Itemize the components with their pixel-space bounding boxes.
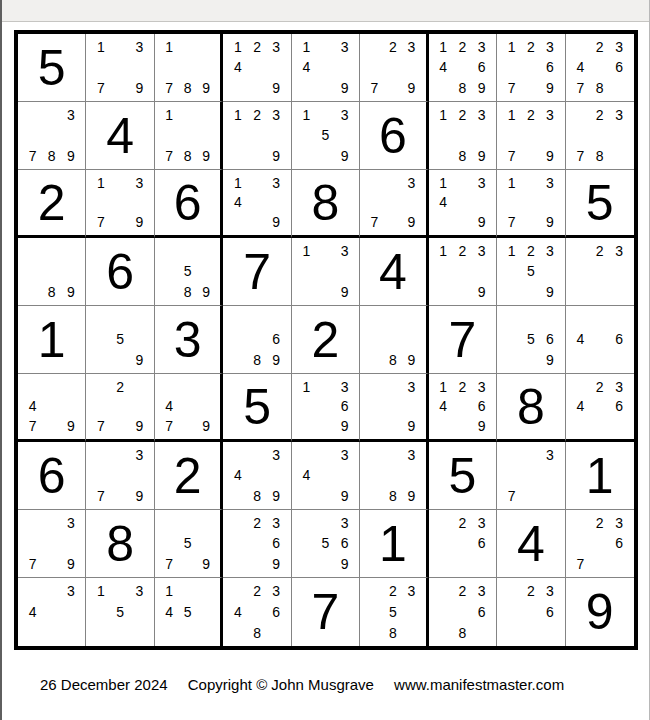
cell-r2c6: 6 (360, 102, 428, 170)
pencil-marks: 37 (497, 442, 564, 509)
cell-r6c8: 8 (497, 374, 565, 442)
cell-r1c1: 5 (18, 34, 86, 102)
cell-r4c8: 12359 (497, 238, 565, 306)
pencil-marks: 2379 (360, 34, 425, 101)
cell-r2c7: 12389 (429, 102, 497, 170)
pencil-marks: 2378 (566, 102, 634, 169)
cell-r1c2: 1379 (86, 34, 154, 102)
cell-r9c6: 2358 (360, 578, 428, 646)
pencil-marks: 236 (497, 578, 564, 646)
pencil-marks: 2358 (360, 578, 425, 646)
cell-r2c9: 2378 (566, 102, 634, 170)
pencil-marks: 12359 (497, 238, 564, 305)
cell-r4c1: 89 (18, 238, 86, 306)
cell-r7c8: 37 (497, 442, 565, 510)
cell-r3c6: 379 (360, 170, 428, 238)
cell-r2c5: 1359 (292, 102, 360, 170)
pencil-marks: 59 (86, 306, 153, 373)
solved-digit: 8 (106, 519, 134, 569)
solved-digit: 7 (448, 315, 476, 365)
pencil-marks: 145 (155, 578, 220, 646)
cell-r9c5: 7 (292, 578, 360, 646)
cell-r8c1: 379 (18, 510, 86, 578)
cell-r3c7: 1349 (429, 170, 497, 238)
window-chrome-strip (0, 0, 650, 22)
cell-r1c4: 12349 (223, 34, 291, 102)
footer-date: 26 December 2024 (40, 676, 168, 693)
pencil-marks: 689 (223, 306, 290, 373)
cell-r7c7: 5 (429, 442, 497, 510)
cell-r9c7: 2368 (429, 578, 497, 646)
pencil-marks: 12349 (223, 34, 290, 101)
cell-r1c6: 2379 (360, 34, 428, 102)
cell-r2c8: 12379 (497, 102, 565, 170)
solved-digit: 4 (106, 111, 134, 161)
solved-digit: 8 (517, 382, 545, 432)
pencil-marks: 39 (360, 374, 425, 439)
solved-digit: 3 (174, 315, 202, 365)
pencil-marks: 1789 (155, 34, 220, 101)
solved-digit: 6 (106, 247, 134, 297)
pencil-marks: 2368 (429, 578, 496, 646)
pencil-marks: 123679 (497, 34, 564, 101)
solved-digit: 4 (379, 247, 407, 297)
pencil-marks: 1379 (86, 34, 153, 101)
cell-r9c9: 9 (566, 578, 634, 646)
cell-r7c1: 6 (18, 442, 86, 510)
pencil-marks: 579 (155, 510, 220, 577)
cell-r1c9: 234678 (566, 34, 634, 102)
cell-r6c4: 5 (223, 374, 291, 442)
cell-r5c6: 89 (360, 306, 428, 374)
pencil-marks: 1349 (292, 34, 359, 101)
cell-r5c5: 2 (292, 306, 360, 374)
solved-digit: 7 (243, 247, 271, 297)
cell-r6c5: 1369 (292, 374, 360, 442)
solved-digit: 2 (312, 315, 340, 365)
cell-r6c9: 2346 (566, 374, 634, 442)
pencil-marks: 89 (18, 238, 85, 305)
cell-r5c2: 59 (86, 306, 154, 374)
solved-digit: 1 (379, 519, 407, 569)
cell-r4c3: 589 (155, 238, 223, 306)
pencil-marks: 234678 (566, 34, 634, 101)
cell-r1c5: 1349 (292, 34, 360, 102)
footer-copyright: Copyright © John Musgrave (188, 676, 374, 693)
solved-digit: 6 (38, 451, 66, 501)
pencil-marks: 389 (360, 442, 425, 509)
solved-digit: 1 (38, 315, 66, 365)
cell-r1c7: 1234689 (429, 34, 497, 102)
pencil-marks: 1379 (497, 170, 564, 235)
pencil-marks: 89 (360, 306, 425, 373)
pencil-marks: 569 (497, 306, 564, 373)
solved-digit: 8 (312, 178, 340, 228)
cell-r6c7: 123469 (429, 374, 497, 442)
pencil-marks: 12389 (429, 102, 496, 169)
solved-digit: 9 (586, 587, 614, 637)
cell-r4c6: 4 (360, 238, 428, 306)
cell-r7c2: 379 (86, 442, 154, 510)
cell-r1c3: 1789 (155, 34, 223, 102)
cell-r3c9: 5 (566, 170, 634, 238)
cell-r8c5: 3569 (292, 510, 360, 578)
page-footer: 26 December 2024 Copyright © John Musgra… (40, 676, 564, 693)
cell-r3c1: 2 (18, 170, 86, 238)
pencil-marks: 1239 (429, 238, 496, 305)
pencil-marks: 379 (86, 442, 153, 509)
cell-r5c4: 689 (223, 306, 291, 374)
pencil-marks: 23468 (223, 578, 290, 646)
solved-digit: 5 (586, 178, 614, 228)
pencil-marks: 2367 (566, 510, 634, 577)
cell-r5c7: 7 (429, 306, 497, 374)
sudoku-board: 5137917891234913492379123468912367923467… (14, 30, 638, 650)
cell-r8c3: 579 (155, 510, 223, 578)
cell-r6c3: 479 (155, 374, 223, 442)
solved-digit: 2 (38, 178, 66, 228)
pencil-marks: 1789 (155, 102, 220, 169)
pencil-marks: 379 (360, 170, 425, 235)
cell-r2c1: 3789 (18, 102, 86, 170)
solved-digit: 6 (379, 111, 407, 161)
cell-r5c8: 569 (497, 306, 565, 374)
solved-digit: 4 (517, 519, 545, 569)
cell-r8c7: 236 (429, 510, 497, 578)
cell-r5c1: 1 (18, 306, 86, 374)
solved-digit: 1 (586, 451, 614, 501)
pencil-marks: 1239 (223, 102, 290, 169)
pencil-marks: 3569 (292, 510, 359, 577)
cell-r8c2: 8 (86, 510, 154, 578)
pencil-marks: 2346 (566, 374, 634, 439)
pencil-marks: 1379 (86, 170, 153, 235)
pencil-marks: 589 (155, 238, 220, 305)
cell-r3c4: 1349 (223, 170, 291, 238)
cell-r7c9: 1 (566, 442, 634, 510)
cell-r5c3: 3 (155, 306, 223, 374)
pencil-marks: 379 (18, 510, 85, 577)
cell-r9c4: 23468 (223, 578, 291, 646)
cell-r3c5: 8 (292, 170, 360, 238)
cell-r9c3: 145 (155, 578, 223, 646)
pencil-marks: 1349 (429, 170, 496, 235)
pencil-marks: 1349 (223, 170, 290, 235)
pencil-marks: 479 (18, 374, 85, 439)
cell-r3c8: 1379 (497, 170, 565, 238)
cell-r7c6: 389 (360, 442, 428, 510)
cell-r2c2: 4 (86, 102, 154, 170)
cell-r8c8: 4 (497, 510, 565, 578)
cell-r4c9: 23 (566, 238, 634, 306)
pencil-marks: 135 (86, 578, 153, 646)
pencil-marks: 34 (18, 578, 85, 646)
cell-r7c5: 349 (292, 442, 360, 510)
cell-r4c2: 6 (86, 238, 154, 306)
pencil-marks: 1234689 (429, 34, 496, 101)
pencil-marks: 349 (292, 442, 359, 509)
pencil-marks: 12379 (497, 102, 564, 169)
cell-r8c4: 2369 (223, 510, 291, 578)
solved-digit: 7 (312, 587, 340, 637)
cell-r4c4: 7 (223, 238, 291, 306)
pencil-marks: 236 (429, 510, 496, 577)
pencil-marks: 279 (86, 374, 153, 439)
solved-digit: 6 (174, 178, 202, 228)
footer-website: www.manifestmaster.com (394, 676, 564, 693)
cell-r4c5: 139 (292, 238, 360, 306)
cell-r9c8: 236 (497, 578, 565, 646)
solved-digit: 5 (243, 382, 271, 432)
cell-r8c6: 1 (360, 510, 428, 578)
cell-r6c2: 279 (86, 374, 154, 442)
window-left-edge (0, 0, 2, 720)
solved-digit: 5 (38, 43, 66, 93)
pencil-marks: 479 (155, 374, 220, 439)
cell-r2c3: 1789 (155, 102, 223, 170)
pencil-marks: 23 (566, 238, 634, 305)
pencil-marks: 123469 (429, 374, 496, 439)
pencil-marks: 1359 (292, 102, 359, 169)
cell-r1c8: 123679 (497, 34, 565, 102)
cell-r6c6: 39 (360, 374, 428, 442)
cell-r2c4: 1239 (223, 102, 291, 170)
cell-r3c3: 6 (155, 170, 223, 238)
cell-r5c9: 46 (566, 306, 634, 374)
pencil-marks: 3789 (18, 102, 85, 169)
pencil-marks: 3489 (223, 442, 290, 509)
cell-r7c4: 3489 (223, 442, 291, 510)
pencil-marks: 139 (292, 238, 359, 305)
pencil-marks: 1369 (292, 374, 359, 439)
cell-r8c9: 2367 (566, 510, 634, 578)
cell-r9c2: 135 (86, 578, 154, 646)
pencil-marks: 2369 (223, 510, 290, 577)
solved-digit: 5 (448, 451, 476, 501)
solved-digit: 2 (174, 451, 202, 501)
cell-r6c1: 479 (18, 374, 86, 442)
cell-r7c3: 2 (155, 442, 223, 510)
cell-r9c1: 34 (18, 578, 86, 646)
pencil-marks: 46 (566, 306, 634, 373)
cell-r4c7: 1239 (429, 238, 497, 306)
cell-r3c2: 1379 (86, 170, 154, 238)
